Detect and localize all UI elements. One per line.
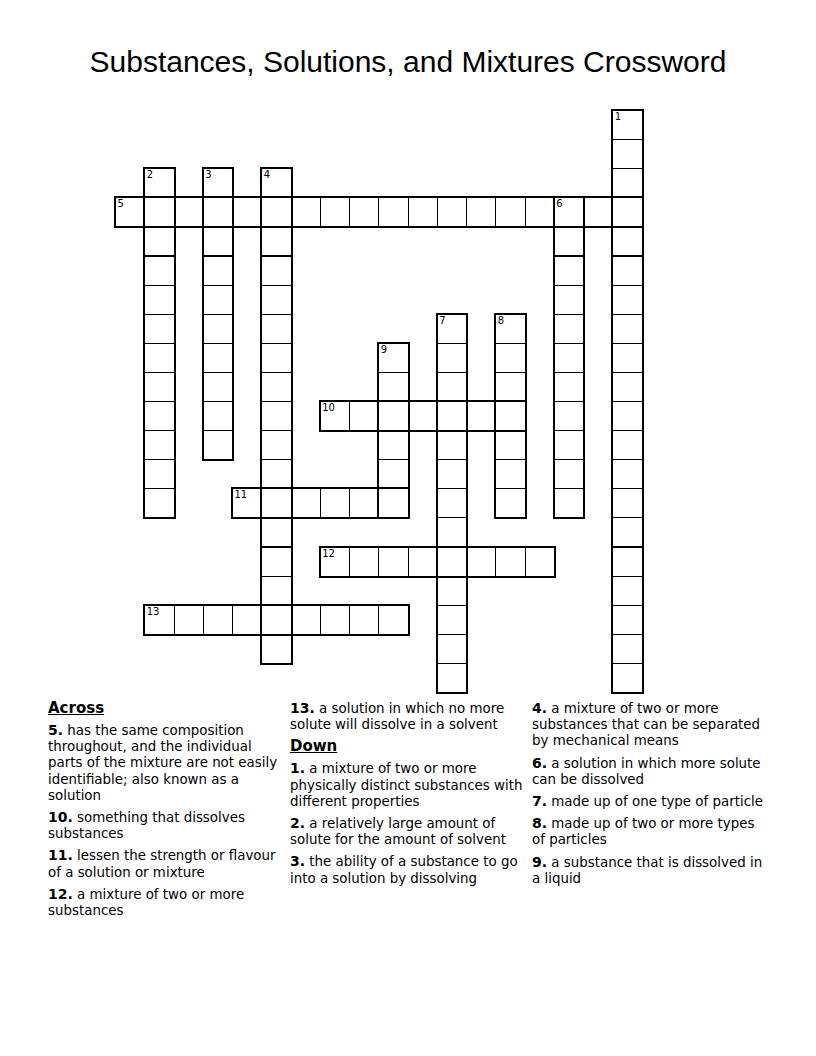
grid-cell[interactable] <box>144 459 174 489</box>
grid-cell[interactable] <box>291 488 321 518</box>
clue-number-label: 5. <box>48 722 63 738</box>
clue-number-label: 7. <box>532 793 547 809</box>
grid-cell[interactable] <box>261 256 291 286</box>
grid-cell[interactable] <box>495 372 525 402</box>
grid-cell[interactable] <box>495 547 525 577</box>
grid-cell[interactable] <box>261 343 291 373</box>
grid-cell[interactable] <box>144 605 174 635</box>
grid-cell[interactable] <box>378 430 408 460</box>
grid-cell[interactable] <box>612 197 642 227</box>
grid-cell[interactable] <box>437 663 467 693</box>
grid-cell[interactable] <box>261 285 291 315</box>
clue-item: 8. made up of two or more types of parti… <box>532 815 765 848</box>
clue-list: Across5. has the same composition throug… <box>48 700 778 924</box>
grid-cell[interactable] <box>144 372 174 402</box>
grid-cell[interactable] <box>612 372 642 402</box>
grid-cell[interactable] <box>203 430 233 460</box>
clue-item: 9. a substance that is dissolved in a li… <box>532 854 765 887</box>
grid-cell[interactable] <box>495 488 525 518</box>
grid-cell[interactable] <box>261 226 291 256</box>
grid-cell[interactable] <box>554 488 584 518</box>
clue-item: 13. a solution in which no more solute w… <box>290 700 523 733</box>
grid-cell[interactable] <box>203 343 233 373</box>
grid-cell[interactable] <box>320 197 350 227</box>
grid-cell[interactable] <box>554 459 584 489</box>
grid-cell[interactable] <box>408 197 438 227</box>
grid-cell[interactable] <box>437 634 467 664</box>
grid-cell[interactable] <box>554 314 584 344</box>
clue-section-header: Across <box>48 700 281 717</box>
grid-cell[interactable] <box>612 256 642 286</box>
grid-cell[interactable] <box>378 401 408 431</box>
grid-cell[interactable] <box>291 605 321 635</box>
grid-cell[interactable] <box>437 459 467 489</box>
grid-cell[interactable] <box>437 576 467 606</box>
grid-cell[interactable] <box>583 197 613 227</box>
grid-cell[interactable] <box>203 401 233 431</box>
grid-cell[interactable] <box>378 547 408 577</box>
grid-cell[interactable] <box>261 197 291 227</box>
grid-cell[interactable] <box>320 547 350 577</box>
clue-number-label: 4. <box>532 700 547 716</box>
grid-cell[interactable] <box>320 605 350 635</box>
grid-cell[interactable] <box>612 168 642 198</box>
grid-cell[interactable] <box>408 401 438 431</box>
grid-cell[interactable] <box>554 285 584 315</box>
clue-column-2: 13. a solution in which no more solute w… <box>290 700 523 924</box>
grid-cell[interactable] <box>144 285 174 315</box>
grid-cell[interactable] <box>144 430 174 460</box>
grid-cell[interactable] <box>144 256 174 286</box>
grid-cell[interactable] <box>144 343 174 373</box>
grid-cell[interactable] <box>349 488 379 518</box>
grid-cell[interactable] <box>261 634 291 664</box>
clue-number-label: 3. <box>290 853 305 869</box>
grid-cell[interactable] <box>495 314 525 344</box>
grid-cell[interactable] <box>203 605 233 635</box>
grid-cell[interactable] <box>144 314 174 344</box>
grid-cell[interactable] <box>349 605 379 635</box>
grid-cell[interactable] <box>437 401 467 431</box>
clue-number-label: 2. <box>290 815 305 831</box>
clue-number-label: 9. <box>532 854 547 870</box>
grid-cell[interactable] <box>437 547 467 577</box>
grid-cell[interactable] <box>612 605 642 635</box>
grid-cell[interactable] <box>203 168 233 198</box>
clue-item: 4. a mixture of two or more substances t… <box>532 700 765 750</box>
grid-cell[interactable] <box>261 168 291 198</box>
clue-number-label: 12. <box>48 886 73 902</box>
clue-number-label: 6. <box>532 755 547 771</box>
grid-cell[interactable] <box>437 372 467 402</box>
grid-cell[interactable] <box>174 605 204 635</box>
grid-cell[interactable] <box>203 285 233 315</box>
grid-cell[interactable] <box>612 547 642 577</box>
crossword-grid: 12345678910111213 <box>115 110 643 694</box>
grid-cell[interactable] <box>554 197 584 227</box>
grid-cell[interactable] <box>144 226 174 256</box>
grid-cell[interactable] <box>174 197 204 227</box>
grid-cell[interactable] <box>612 139 642 169</box>
grid-cell[interactable] <box>612 663 642 693</box>
grid-cell[interactable] <box>232 605 262 635</box>
grid-cell[interactable] <box>554 226 584 256</box>
clue-number-label: 8. <box>532 815 547 831</box>
grid-cell[interactable] <box>261 314 291 344</box>
clue-item: 10. something that dissolves substances <box>48 809 281 842</box>
grid-cell[interactable] <box>612 314 642 344</box>
grid-cell[interactable] <box>378 459 408 489</box>
grid-cell[interactable] <box>437 343 467 373</box>
grid-cell[interactable] <box>612 488 642 518</box>
grid-cell[interactable] <box>320 488 350 518</box>
clue-item: 7. made up of one type of particle <box>532 793 765 810</box>
grid-cell[interactable] <box>525 547 555 577</box>
grid-cell[interactable] <box>495 430 525 460</box>
grid-cell[interactable] <box>349 401 379 431</box>
clue-item: 12. a mixture of two or more substances <box>48 886 281 919</box>
grid-cell[interactable] <box>349 547 379 577</box>
grid-cell[interactable] <box>554 372 584 402</box>
grid-cell[interactable] <box>554 430 584 460</box>
grid-cell[interactable] <box>437 314 467 344</box>
clue-column-1: Across5. has the same composition throug… <box>48 700 281 924</box>
clue-section-header: Down <box>290 738 523 755</box>
clue-number-label: 13. <box>290 700 315 716</box>
grid-cell[interactable] <box>320 401 350 431</box>
grid-cell[interactable] <box>261 488 291 518</box>
grid-cell[interactable] <box>115 197 145 227</box>
grid-cell[interactable] <box>437 605 467 635</box>
grid-cell[interactable] <box>144 168 174 198</box>
grid-cell[interactable] <box>495 401 525 431</box>
grid-cell[interactable] <box>261 401 291 431</box>
grid-cell[interactable] <box>466 401 496 431</box>
grid-cell[interactable] <box>378 197 408 227</box>
grid-cell[interactable] <box>437 488 467 518</box>
page-title: Substances, Solutions, and Mixtures Cros… <box>0 44 816 80</box>
clue-item: 6. a solution in which more solute can b… <box>532 755 765 788</box>
grid-cell[interactable] <box>554 401 584 431</box>
grid-cell[interactable] <box>261 605 291 635</box>
grid-cell[interactable] <box>144 488 174 518</box>
grid-cell[interactable] <box>612 343 642 373</box>
grid-cell[interactable] <box>437 197 467 227</box>
clue-item: 2. a relatively large amount of solute f… <box>290 815 523 848</box>
grid-cell[interactable] <box>525 197 555 227</box>
grid-cell[interactable] <box>495 459 525 489</box>
grid-cell[interactable] <box>232 197 262 227</box>
grid-cell[interactable] <box>466 197 496 227</box>
grid-cell[interactable] <box>203 197 233 227</box>
grid-cell[interactable] <box>203 226 233 256</box>
grid-cell[interactable] <box>261 576 291 606</box>
grid-cell[interactable] <box>612 634 642 664</box>
grid-cell[interactable] <box>612 576 642 606</box>
grid-cell[interactable] <box>349 197 379 227</box>
clue-number-label: 10. <box>48 809 73 825</box>
grid-cell[interactable] <box>495 197 525 227</box>
grid-cell[interactable] <box>612 226 642 256</box>
grid-cell[interactable] <box>378 343 408 373</box>
grid-cell[interactable] <box>437 430 467 460</box>
grid-cell[interactable] <box>554 343 584 373</box>
grid-cell[interactable] <box>378 488 408 518</box>
grid-cell[interactable] <box>203 256 233 286</box>
grid-cell[interactable] <box>612 285 642 315</box>
grid-cell[interactable] <box>261 430 291 460</box>
grid-cell[interactable] <box>144 401 174 431</box>
grid-cell[interactable] <box>612 517 642 547</box>
grid-cell[interactable] <box>612 459 642 489</box>
grid-cell[interactable] <box>261 459 291 489</box>
clue-item: 5. has the same composition throughout, … <box>48 722 281 804</box>
grid-cell[interactable] <box>612 110 642 140</box>
clue-item: 3. the ability of a substance to go into… <box>290 853 523 886</box>
grid-cell[interactable] <box>612 430 642 460</box>
clue-item: 11. lessen the strength or flavour of a … <box>48 847 281 880</box>
clue-item: 1. a mixture of two or more physically d… <box>290 760 523 810</box>
grid-cell[interactable] <box>232 488 262 518</box>
grid-cell[interactable] <box>554 256 584 286</box>
grid-cell[interactable] <box>261 547 291 577</box>
grid-cell[interactable] <box>495 343 525 373</box>
grid-cell[interactable] <box>261 517 291 547</box>
grid-cell[interactable] <box>261 372 291 402</box>
grid-cell[interactable] <box>203 314 233 344</box>
grid-cell[interactable] <box>378 605 408 635</box>
grid-cell[interactable] <box>291 197 321 227</box>
clue-number-label: 11. <box>48 847 73 863</box>
grid-cell[interactable] <box>408 547 438 577</box>
grid-cell[interactable] <box>144 197 174 227</box>
grid-cell[interactable] <box>437 517 467 547</box>
clue-number-label: 1. <box>290 760 305 776</box>
grid-cell[interactable] <box>378 372 408 402</box>
grid-cell[interactable] <box>466 547 496 577</box>
grid-cell[interactable] <box>203 372 233 402</box>
grid-cell[interactable] <box>612 401 642 431</box>
clue-column-3: 4. a mixture of two or more substances t… <box>532 700 765 924</box>
